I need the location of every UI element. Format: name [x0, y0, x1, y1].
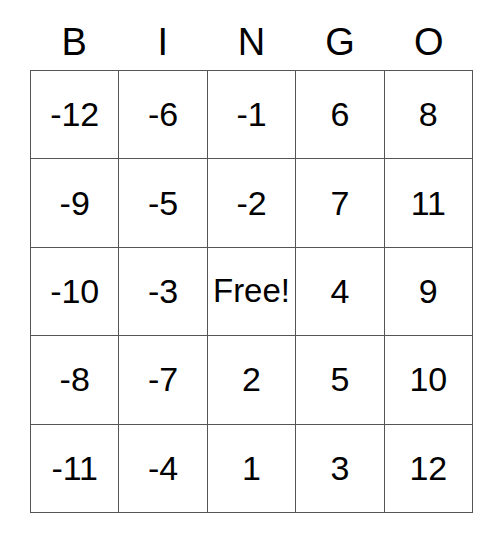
bingo-cell-r5-c1[interactable]: -11	[31, 425, 119, 513]
bingo-cell-r5-c4[interactable]: 3	[296, 425, 384, 513]
bingo-cell-r1-c4[interactable]: 6	[296, 71, 384, 159]
bingo-cell-r2-c2[interactable]: -5	[119, 159, 207, 247]
bingo-board: -12-6-168-9-5-2711-10-3Free!49-8-72510-1…	[30, 70, 473, 513]
bingo-cell-r3-c2[interactable]: -3	[119, 248, 207, 336]
bingo-cell-r4-c2[interactable]: -7	[119, 336, 207, 424]
header-letter-b: B	[30, 14, 119, 70]
header-letter-g: G	[296, 14, 385, 70]
bingo-cell-r4-c4[interactable]: 5	[296, 336, 384, 424]
bingo-cell-r3-c5[interactable]: 9	[385, 248, 473, 336]
bingo-cell-r4-c5[interactable]: 10	[385, 336, 473, 424]
header-letter-o: O	[384, 14, 473, 70]
bingo-cell-r5-c2[interactable]: -4	[119, 425, 207, 513]
bingo-cell-r1-c5[interactable]: 8	[385, 71, 473, 159]
bingo-cell-r4-c3[interactable]: 2	[208, 336, 296, 424]
bingo-cell-r1-c3[interactable]: -1	[208, 71, 296, 159]
header-letter-n: N	[207, 14, 296, 70]
free-cell[interactable]: Free!	[208, 248, 296, 336]
bingo-cell-r3-c1[interactable]: -10	[31, 248, 119, 336]
bingo-card: BINGO -12-6-168-9-5-2711-10-3Free!49-8-7…	[0, 0, 500, 544]
bingo-header-row: BINGO	[30, 14, 473, 70]
bingo-cell-r5-c5[interactable]: 12	[385, 425, 473, 513]
bingo-cell-r2-c4[interactable]: 7	[296, 159, 384, 247]
bingo-cell-r3-c4[interactable]: 4	[296, 248, 384, 336]
bingo-cell-r4-c1[interactable]: -8	[31, 336, 119, 424]
bingo-cell-r1-c1[interactable]: -12	[31, 71, 119, 159]
bingo-cell-r5-c3[interactable]: 1	[208, 425, 296, 513]
bingo-cell-r2-c5[interactable]: 11	[385, 159, 473, 247]
bingo-cell-r1-c2[interactable]: -6	[119, 71, 207, 159]
bingo-cell-r2-c1[interactable]: -9	[31, 159, 119, 247]
header-letter-i: I	[119, 14, 208, 70]
bingo-cell-r2-c3[interactable]: -2	[208, 159, 296, 247]
